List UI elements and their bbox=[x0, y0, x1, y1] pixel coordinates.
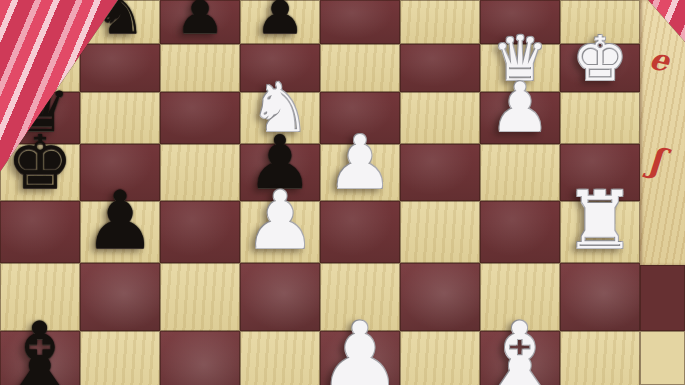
square-g3 bbox=[400, 44, 480, 92]
board-edge-wood-border: e ʃ bbox=[640, 0, 685, 265]
board-right-edge: e ʃ bbox=[640, 0, 685, 385]
square-c1 bbox=[560, 263, 640, 331]
square-b1 bbox=[560, 331, 640, 385]
square-b7 bbox=[80, 331, 160, 385]
square-f1 bbox=[560, 92, 640, 144]
square-c3 bbox=[400, 263, 480, 331]
piece-black-pawn-d7: ♟ bbox=[84, 181, 156, 261]
square-g4 bbox=[320, 44, 400, 92]
square-c6 bbox=[160, 263, 240, 331]
square-d6 bbox=[160, 201, 240, 263]
square-h6: ♟ bbox=[160, 0, 240, 44]
square-d2 bbox=[480, 201, 560, 263]
square-e6 bbox=[160, 144, 240, 201]
edge-decorative-script: e bbox=[647, 40, 673, 78]
edge-decorative-script: ʃ bbox=[646, 139, 665, 180]
square-c5 bbox=[240, 263, 320, 331]
square-g6 bbox=[160, 44, 240, 92]
square-e4: ♟ bbox=[320, 144, 400, 201]
piece-black-bishop-b8: ♝ bbox=[0, 310, 82, 385]
chess-board-photo: ♞♟♟♝♛♚♛♞♟♚♟♟♟♟♜♝♟♝ e ʃ bbox=[0, 0, 685, 385]
square-d8 bbox=[0, 201, 80, 263]
piece-white-pawn-f2: ♟ bbox=[490, 74, 551, 142]
edge-square-dark bbox=[640, 265, 685, 331]
square-d7: ♟ bbox=[80, 201, 160, 263]
piece-white-pawn-e4: ♟ bbox=[327, 125, 393, 199]
square-e3 bbox=[400, 144, 480, 201]
square-b3 bbox=[400, 331, 480, 385]
piece-white-bishop-b2: ♝ bbox=[478, 310, 562, 385]
piece-white-pawn-b4: ♟ bbox=[318, 310, 402, 385]
square-b6 bbox=[160, 331, 240, 385]
piece-white-rook-d1: ♜ bbox=[564, 181, 636, 261]
square-h3 bbox=[400, 0, 480, 44]
chess-board: ♞♟♟♝♛♚♛♞♟♚♟♟♟♟♜♝♟♝ e ʃ bbox=[0, 0, 685, 385]
square-g1: ♚ bbox=[560, 44, 640, 92]
square-f7 bbox=[80, 92, 160, 144]
piece-white-king-g1: ♚ bbox=[572, 28, 628, 90]
square-b4: ♟ bbox=[320, 331, 400, 385]
square-b5 bbox=[240, 331, 320, 385]
square-f6 bbox=[160, 92, 240, 144]
square-d3 bbox=[400, 201, 480, 263]
square-g7 bbox=[80, 44, 160, 92]
square-b2: ♝ bbox=[480, 331, 560, 385]
board-grid: ♞♟♟♝♛♚♛♞♟♚♟♟♟♟♜♝♟♝ bbox=[0, 0, 640, 385]
square-d5: ♟ bbox=[240, 201, 320, 263]
piece-black-pawn-h6: ♟ bbox=[175, 0, 225, 42]
piece-black-pawn-h5: ♟ bbox=[255, 0, 305, 42]
square-e2 bbox=[480, 144, 560, 201]
edge-square-light bbox=[640, 331, 685, 385]
piece-white-pawn-d5: ♟ bbox=[244, 181, 316, 261]
square-f2: ♟ bbox=[480, 92, 560, 144]
square-c7 bbox=[80, 263, 160, 331]
square-h4 bbox=[320, 0, 400, 44]
square-b8: ♝ bbox=[0, 331, 80, 385]
square-f3 bbox=[400, 92, 480, 144]
square-d4 bbox=[320, 201, 400, 263]
square-d1: ♜ bbox=[560, 201, 640, 263]
square-h5: ♟ bbox=[240, 0, 320, 44]
